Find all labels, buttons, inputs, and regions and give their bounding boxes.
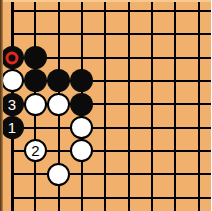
grid-line-horizontal — [11, 197, 212, 199]
grid-line-horizontal — [11, 33, 212, 35]
white-stone — [70, 116, 93, 139]
black-stone — [70, 69, 93, 92]
grid-line-horizontal — [11, 10, 212, 12]
black-stone: 1 — [1, 116, 24, 139]
board-left-edge-shadow — [0, 0, 3, 211]
stone-move-number: 3 — [8, 97, 16, 112]
circle-marker-icon — [6, 51, 19, 64]
stone-move-number: 2 — [31, 143, 39, 158]
white-stone — [70, 139, 93, 162]
grid-line-horizontal — [11, 173, 212, 175]
white-stone — [47, 93, 70, 116]
go-board: 312 — [0, 0, 211, 211]
black-stone — [47, 69, 70, 92]
white-stone: 2 — [24, 139, 47, 162]
white-stone — [1, 69, 24, 92]
go-diagram[interactable]: 312 — [0, 0, 211, 211]
black-stone — [1, 46, 24, 69]
grid-line-horizontal — [11, 127, 212, 129]
black-stone — [70, 93, 93, 116]
white-stone — [24, 93, 47, 116]
black-stone: 3 — [1, 93, 24, 116]
black-stone — [24, 46, 47, 69]
white-stone — [47, 163, 70, 186]
black-stone — [24, 69, 47, 92]
stone-move-number: 1 — [8, 120, 16, 135]
